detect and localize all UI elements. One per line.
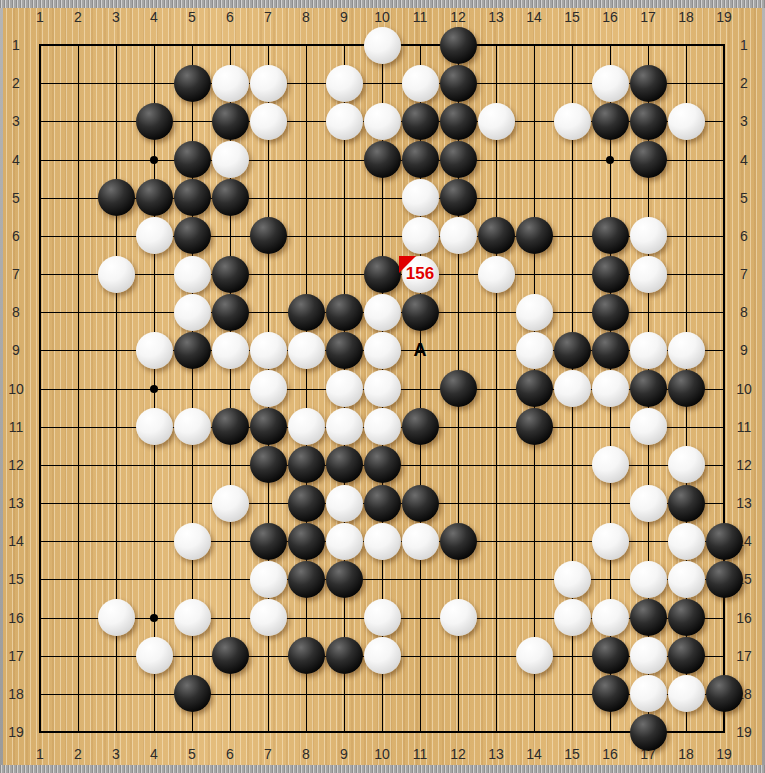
coord-label-left-19: 19: [1, 723, 31, 741]
black-stone-c8-r15: [288, 561, 325, 598]
black-stone-c6-r3: [212, 103, 249, 140]
white-stone-c16-r10: [592, 370, 629, 407]
white-stone-c10-r17: [364, 637, 401, 674]
black-stone-c4-r3: [136, 103, 173, 140]
white-stone-c5-r7: [174, 256, 211, 293]
coord-label-bottom-8: 8: [291, 745, 321, 763]
black-stone-c14-r10: [516, 370, 553, 407]
black-stone-c9-r15: [326, 561, 363, 598]
white-stone-c17-r17: [630, 637, 667, 674]
white-stone-c11-r5: [402, 179, 439, 216]
coord-label-top-14: 14: [519, 8, 549, 26]
coord-label-right-4: 4: [729, 151, 759, 169]
coord-label-bottom-6: 6: [215, 745, 245, 763]
coord-label-top-2: 2: [63, 8, 93, 26]
coord-label-right-5: 5: [729, 189, 759, 207]
white-stone-c9-r14: [326, 523, 363, 560]
black-stone-c8-r14: [288, 523, 325, 560]
white-stone-c16-r14: [592, 523, 629, 560]
coord-label-left-14: 14: [1, 532, 31, 550]
white-stone-c3-r16: [98, 599, 135, 636]
black-stone-c12-r1: [440, 27, 477, 64]
black-stone-c11-r4: [402, 141, 439, 178]
coord-label-top-5: 5: [177, 8, 207, 26]
black-stone-c7-r11: [250, 408, 287, 445]
black-stone-c4-r5: [136, 179, 173, 216]
black-stone-c12-r14: [440, 523, 477, 560]
white-stone-c10-r16: [364, 599, 401, 636]
white-stone-c15-r15: [554, 561, 591, 598]
coord-label-right-8: 8: [729, 303, 759, 321]
white-stone-c6-r2: [212, 65, 249, 102]
coord-label-top-13: 13: [481, 8, 511, 26]
white-stone-c8-r9: [288, 332, 325, 369]
white-stone-c7-r2: [250, 65, 287, 102]
white-stone-c17-r11: [630, 408, 667, 445]
coord-label-left-9: 9: [1, 341, 31, 359]
white-stone-c16-r2: [592, 65, 629, 102]
coord-label-left-2: 2: [1, 74, 31, 92]
coord-label-right-16: 16: [729, 609, 759, 627]
coord-label-top-18: 18: [671, 8, 701, 26]
black-stone-c18-r17: [668, 637, 705, 674]
white-stone-c11-r6: [402, 217, 439, 254]
black-stone-c12-r4: [440, 141, 477, 178]
coord-label-bottom-12: 12: [443, 745, 473, 763]
black-stone-c16-r3: [592, 103, 629, 140]
white-stone-c5-r11: [174, 408, 211, 445]
coord-label-top-10: 10: [367, 8, 397, 26]
white-stone-c7-r15: [250, 561, 287, 598]
black-stone-c12-r3: [440, 103, 477, 140]
white-stone-c6-r4: [212, 141, 249, 178]
white-stone-c18-r3: [668, 103, 705, 140]
window-left-edge: [0, 0, 3, 773]
coord-label-right-17: 17: [729, 647, 759, 665]
coord-label-right-7: 7: [729, 265, 759, 283]
coord-label-left-18: 18: [1, 685, 31, 703]
black-stone-c5-r9: [174, 332, 211, 369]
black-stone-c6-r5: [212, 179, 249, 216]
window-top-edge: [0, 0, 765, 8]
white-stone-c17-r15: [630, 561, 667, 598]
black-stone-c6-r11: [212, 408, 249, 445]
coord-label-bottom-5: 5: [177, 745, 207, 763]
black-stone-c7-r14: [250, 523, 287, 560]
white-stone-c10-r11: [364, 408, 401, 445]
coord-label-right-12: 12: [729, 456, 759, 474]
coord-label-right-19: 19: [729, 723, 759, 741]
black-stone-c10-r12: [364, 446, 401, 483]
black-stone-c11-r8: [402, 294, 439, 331]
coord-label-left-17: 17: [1, 647, 31, 665]
black-stone-c12-r2: [440, 65, 477, 102]
white-stone-c9-r10: [326, 370, 363, 407]
star-point-16-4: [606, 156, 614, 164]
coord-label-left-11: 11: [1, 418, 31, 436]
coord-label-top-1: 1: [25, 8, 55, 26]
coord-label-right-13: 13: [729, 494, 759, 512]
coord-label-top-7: 7: [253, 8, 283, 26]
coord-label-bottom-3: 3: [101, 745, 131, 763]
black-stone-c17-r2: [630, 65, 667, 102]
coord-label-right-11: 11: [729, 418, 759, 436]
coord-label-top-19: 19: [709, 8, 739, 26]
black-stone-c17-r19: [630, 714, 667, 751]
black-stone-c6-r8: [212, 294, 249, 331]
white-stone-c18-r14: [668, 523, 705, 560]
coord-label-bottom-2: 2: [63, 745, 93, 763]
window-bottom-edge: [0, 765, 765, 773]
grid-vline-19: [723, 44, 725, 733]
white-stone-c5-r14: [174, 523, 211, 560]
black-stone-c17-r3: [630, 103, 667, 140]
white-stone-c15-r3: [554, 103, 591, 140]
white-stone-c18-r15: [668, 561, 705, 598]
grid-vline-13: [496, 44, 497, 733]
black-stone-c16-r7: [592, 256, 629, 293]
white-stone-c17-r18: [630, 675, 667, 712]
white-stone-c9-r11: [326, 408, 363, 445]
coord-label-top-16: 16: [595, 8, 625, 26]
coord-label-bottom-15: 15: [557, 745, 587, 763]
black-stone-c16-r17: [592, 637, 629, 674]
coord-label-right-6: 6: [729, 227, 759, 245]
black-stone-c9-r8: [326, 294, 363, 331]
white-stone-c3-r7: [98, 256, 135, 293]
black-stone-c18-r13: [668, 485, 705, 522]
coord-label-top-17: 17: [633, 8, 663, 26]
white-stone-c10-r10: [364, 370, 401, 407]
coord-label-left-3: 3: [1, 112, 31, 130]
coord-label-bottom-16: 16: [595, 745, 625, 763]
go-board-window: 1234567891011121314151617181912345678910…: [0, 0, 765, 773]
white-stone-c10-r14: [364, 523, 401, 560]
white-stone-c10-r8: [364, 294, 401, 331]
coord-label-bottom-11: 11: [405, 745, 435, 763]
coord-label-left-5: 5: [1, 189, 31, 207]
black-stone-c19-r14: [706, 523, 743, 560]
coord-label-left-7: 7: [1, 265, 31, 283]
coord-label-top-8: 8: [291, 8, 321, 26]
black-stone-c9-r9: [326, 332, 363, 369]
coord-label-right-2: 2: [729, 74, 759, 92]
coord-label-bottom-4: 4: [139, 745, 169, 763]
black-stone-c8-r13: [288, 485, 325, 522]
black-stone-c16-r6: [592, 217, 629, 254]
white-stone-c14-r17: [516, 637, 553, 674]
white-stone-c6-r9: [212, 332, 249, 369]
black-stone-c16-r9: [592, 332, 629, 369]
coord-label-bottom-14: 14: [519, 745, 549, 763]
black-stone-c17-r10: [630, 370, 667, 407]
black-stone-c14-r6: [516, 217, 553, 254]
white-stone-c9-r13: [326, 485, 363, 522]
black-stone-c10-r4: [364, 141, 401, 178]
coord-label-bottom-9: 9: [329, 745, 359, 763]
black-stone-c11-r13: [402, 485, 439, 522]
coord-label-left-6: 6: [1, 227, 31, 245]
black-stone-c16-r8: [592, 294, 629, 331]
coord-label-left-13: 13: [1, 494, 31, 512]
coord-label-bottom-13: 13: [481, 745, 511, 763]
black-stone-c8-r8: [288, 294, 325, 331]
white-stone-c8-r11: [288, 408, 325, 445]
black-stone-c16-r18: [592, 675, 629, 712]
white-stone-c17-r7: [630, 256, 667, 293]
coord-label-left-15: 15: [1, 570, 31, 588]
white-stone-c10-r1: [364, 27, 401, 64]
star-point-4-16: [150, 614, 158, 622]
coord-label-top-3: 3: [101, 8, 131, 26]
white-stone-c4-r9: [136, 332, 173, 369]
white-stone-c7-r3: [250, 103, 287, 140]
white-stone-c10-r9: [364, 332, 401, 369]
white-stone-c18-r9: [668, 332, 705, 369]
white-stone-c12-r6: [440, 217, 477, 254]
coord-label-right-3: 3: [729, 112, 759, 130]
black-stone-c5-r2: [174, 65, 211, 102]
white-stone-c6-r13: [212, 485, 249, 522]
white-stone-c4-r11: [136, 408, 173, 445]
black-stone-c9-r12: [326, 446, 363, 483]
black-stone-c15-r9: [554, 332, 591, 369]
white-stone-c14-r9: [516, 332, 553, 369]
coord-label-right-9: 9: [729, 341, 759, 359]
white-stone-c4-r17: [136, 637, 173, 674]
coord-label-left-16: 16: [1, 609, 31, 627]
coord-label-top-11: 11: [405, 8, 435, 26]
grid-hline-19: [39, 731, 725, 733]
black-stone-c8-r12: [288, 446, 325, 483]
last-move-marker-triangle-icon: [399, 256, 416, 273]
white-stone-c11-r2: [402, 65, 439, 102]
white-stone-c9-r3: [326, 103, 363, 140]
white-stone-c17-r13: [630, 485, 667, 522]
grid-hline-15: [39, 579, 725, 580]
white-stone-c4-r6: [136, 217, 173, 254]
black-stone-c11-r11: [402, 408, 439, 445]
black-stone-c17-r4: [630, 141, 667, 178]
black-stone-c11-r3: [402, 103, 439, 140]
black-stone-c3-r5: [98, 179, 135, 216]
coord-label-left-10: 10: [1, 380, 31, 398]
black-stone-c5-r5: [174, 179, 211, 216]
white-stone-c10-r3: [364, 103, 401, 140]
white-stone-c9-r2: [326, 65, 363, 102]
coord-label-top-9: 9: [329, 8, 359, 26]
black-stone-c17-r16: [630, 599, 667, 636]
black-stone-c19-r18: [706, 675, 743, 712]
white-stone-c12-r16: [440, 599, 477, 636]
white-stone-c7-r16: [250, 599, 287, 636]
white-stone-c5-r8: [174, 294, 211, 331]
coord-label-left-12: 12: [1, 456, 31, 474]
white-stone-c7-r9: [250, 332, 287, 369]
black-stone-c8-r17: [288, 637, 325, 674]
coord-label-top-12: 12: [443, 8, 473, 26]
white-stone-c11-r14: [402, 523, 439, 560]
black-stone-c12-r10: [440, 370, 477, 407]
white-stone-c18-r18: [668, 675, 705, 712]
black-stone-c13-r6: [478, 217, 515, 254]
black-stone-c5-r4: [174, 141, 211, 178]
white-stone-c15-r16: [554, 599, 591, 636]
black-stone-c10-r13: [364, 485, 401, 522]
coord-label-right-1: 1: [729, 36, 759, 54]
coord-label-left-1: 1: [1, 36, 31, 54]
white-stone-c17-r9: [630, 332, 667, 369]
white-stone-c13-r7: [478, 256, 515, 293]
white-stone-c15-r10: [554, 370, 591, 407]
coord-label-bottom-1: 1: [25, 745, 55, 763]
coord-label-top-6: 6: [215, 8, 245, 26]
star-point-4-10: [150, 385, 158, 393]
white-stone-c16-r16: [592, 599, 629, 636]
black-stone-c6-r17: [212, 637, 249, 674]
coord-label-right-10: 10: [729, 380, 759, 398]
black-stone-c7-r6: [250, 217, 287, 254]
coord-label-bottom-19: 19: [709, 745, 739, 763]
white-stone-c14-r8: [516, 294, 553, 331]
black-stone-c19-r15: [706, 561, 743, 598]
point-letter-label: A: [409, 339, 431, 361]
black-stone-c14-r11: [516, 408, 553, 445]
coord-label-top-4: 4: [139, 8, 169, 26]
coord-label-bottom-10: 10: [367, 745, 397, 763]
black-stone-c7-r12: [250, 446, 287, 483]
white-stone-c16-r12: [592, 446, 629, 483]
coord-label-left-8: 8: [1, 303, 31, 321]
coord-label-bottom-18: 18: [671, 745, 701, 763]
white-stone-c7-r10: [250, 370, 287, 407]
coord-label-bottom-7: 7: [253, 745, 283, 763]
white-stone-c5-r16: [174, 599, 211, 636]
black-stone-c5-r6: [174, 217, 211, 254]
black-stone-c9-r17: [326, 637, 363, 674]
coord-label-top-15: 15: [557, 8, 587, 26]
black-stone-c18-r10: [668, 370, 705, 407]
coord-label-left-4: 4: [1, 151, 31, 169]
white-stone-c18-r12: [668, 446, 705, 483]
black-stone-c18-r16: [668, 599, 705, 636]
white-stone-c17-r6: [630, 217, 667, 254]
white-stone-c13-r3: [478, 103, 515, 140]
black-stone-c12-r5: [440, 179, 477, 216]
star-point-4-4: [150, 156, 158, 164]
black-stone-c5-r18: [174, 675, 211, 712]
black-stone-c6-r7: [212, 256, 249, 293]
